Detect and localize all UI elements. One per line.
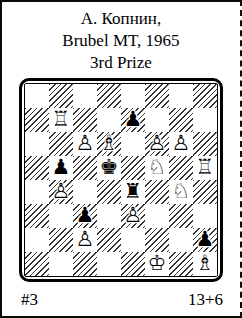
tournament-line: Brubel MT, 1965 [2, 30, 240, 52]
square-h3 [193, 204, 217, 228]
square-h6 [193, 132, 217, 156]
square-f3 [145, 204, 169, 228]
square-a8 [25, 84, 49, 108]
square-d6: ♝♗ [97, 132, 121, 156]
white-pawn-c6: ♟♙ [73, 132, 97, 156]
square-g2 [169, 228, 193, 252]
square-h1: ♝♗ [193, 252, 217, 276]
square-f1: ♚♔ [145, 252, 169, 276]
black-rook-e4: ♜♜ [121, 180, 145, 204]
white-rook-h5: ♜♖ [193, 156, 217, 180]
square-c4 [73, 180, 97, 204]
square-b4: ♟♙ [49, 180, 73, 204]
black-pawn-e7: ♟♟ [121, 108, 145, 132]
square-g6: ♟♙ [169, 132, 193, 156]
white-pawn-e3: ♟♙ [121, 204, 145, 228]
square-d4 [97, 180, 121, 204]
square-e5 [121, 156, 145, 180]
square-g4: ♞♘ [169, 180, 193, 204]
black-pawn-c3: ♟♟ [73, 204, 97, 228]
square-a2 [25, 228, 49, 252]
square-d5: ♚♚ [97, 156, 121, 180]
square-e1 [121, 252, 145, 276]
material-count-label: 13+6 [188, 290, 223, 310]
problem-header: А. Копнин, Brubel MT, 1965 3rd Prize [2, 2, 240, 74]
square-d1 [97, 252, 121, 276]
square-a1 [25, 252, 49, 276]
white-rook-b7: ♜♖ [49, 108, 73, 132]
square-f4 [145, 180, 169, 204]
chessboard: ♜♖♟♟♟♙♝♗♟♙♟♙♟♟♚♚♞♘♜♖♟♙♜♜♞♘♟♟♟♙♟♙♟♟♚♔♝♗ [25, 84, 217, 276]
square-e3: ♟♙ [121, 204, 145, 228]
square-g3 [169, 204, 193, 228]
prize-line: 3rd Prize [2, 52, 240, 74]
square-f6: ♟♙ [145, 132, 169, 156]
white-bishop-h1: ♝♗ [193, 252, 217, 276]
white-pawn-c2: ♟♙ [73, 228, 97, 252]
square-f2 [145, 228, 169, 252]
square-h2: ♟♟ [193, 228, 217, 252]
square-d3 [97, 204, 121, 228]
square-b5: ♟♟ [49, 156, 73, 180]
white-knight-g4: ♞♘ [169, 180, 193, 204]
square-b6 [49, 132, 73, 156]
author-line: А. Копнин, [2, 8, 240, 30]
square-h5: ♜♖ [193, 156, 217, 180]
square-h7 [193, 108, 217, 132]
square-e8 [121, 84, 145, 108]
black-king-d5: ♚♚ [97, 156, 121, 180]
black-pawn-b5: ♟♟ [49, 156, 73, 180]
white-pawn-g6: ♟♙ [169, 132, 193, 156]
square-f8 [145, 84, 169, 108]
square-d8 [97, 84, 121, 108]
square-c7 [73, 108, 97, 132]
black-pawn-h2: ♟♟ [193, 228, 217, 252]
white-pawn-b4: ♟♙ [49, 180, 73, 204]
white-pawn-f6: ♟♙ [145, 132, 169, 156]
problem-card: А. Копнин, Brubel MT, 1965 3rd Prize ♜♖♟… [0, 0, 242, 318]
square-a3 [25, 204, 49, 228]
square-h8 [193, 84, 217, 108]
square-a5 [25, 156, 49, 180]
square-e7: ♟♟ [121, 108, 145, 132]
chessboard-frame: ♜♖♟♟♟♙♝♗♟♙♟♙♟♟♚♚♞♘♜♖♟♙♜♜♞♘♟♟♟♙♟♙♟♟♚♔♝♗ [19, 78, 223, 282]
square-e6 [121, 132, 145, 156]
square-c2: ♟♙ [73, 228, 97, 252]
caption-row: #3 13+6 [2, 282, 240, 310]
square-b1 [49, 252, 73, 276]
square-c5 [73, 156, 97, 180]
square-d2 [97, 228, 121, 252]
white-bishop-d6: ♝♗ [97, 132, 121, 156]
square-b7: ♜♖ [49, 108, 73, 132]
white-king-f1: ♚♔ [145, 252, 169, 276]
square-c1 [73, 252, 97, 276]
square-c8 [73, 84, 97, 108]
white-knight-f5: ♞♘ [145, 156, 169, 180]
square-b3 [49, 204, 73, 228]
square-h4 [193, 180, 217, 204]
square-a7 [25, 108, 49, 132]
stipulation-label: #3 [21, 290, 38, 310]
square-e4: ♜♜ [121, 180, 145, 204]
square-g7 [169, 108, 193, 132]
square-a6 [25, 132, 49, 156]
square-g5 [169, 156, 193, 180]
chessboard-inner-border: ♜♖♟♟♟♙♝♗♟♙♟♙♟♟♚♚♞♘♜♖♟♙♜♜♞♘♟♟♟♙♟♙♟♟♚♔♝♗ [24, 83, 218, 277]
square-d7 [97, 108, 121, 132]
square-c3: ♟♟ [73, 204, 97, 228]
square-e2 [121, 228, 145, 252]
square-f7 [145, 108, 169, 132]
square-c6: ♟♙ [73, 132, 97, 156]
square-a4 [25, 180, 49, 204]
square-g1 [169, 252, 193, 276]
square-b8 [49, 84, 73, 108]
square-b2 [49, 228, 73, 252]
square-f5: ♞♘ [145, 156, 169, 180]
square-g8 [169, 84, 193, 108]
